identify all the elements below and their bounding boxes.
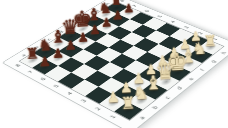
- chess-board: abcdefgh abcdefgh 87654321 87654321 ♜♞♝♛…: [3, 0, 228, 128]
- chess-board-grid: ♜♞♝♛♚♝♞♜♟♟♟♟♟♟♟♟♟♟♟♟♟♟♟♟♜♞♝♛♚♝♞♜: [20, 2, 223, 120]
- chess-set-photo: abcdefgh abcdefgh 87654321 87654321 ♜♞♝♛…: [0, 0, 228, 128]
